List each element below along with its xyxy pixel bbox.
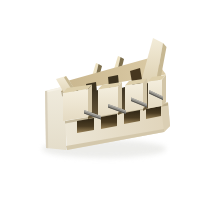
tower-1-front [63,89,88,121]
tower-4-side [162,75,166,106]
tower-2 [98,82,122,117]
tower-3 [125,79,147,113]
product-photo [0,0,220,198]
tower-3-front [125,83,143,112]
tower-1 [63,85,92,122]
tower-2-front [98,87,118,117]
connector-illustration [0,0,220,198]
